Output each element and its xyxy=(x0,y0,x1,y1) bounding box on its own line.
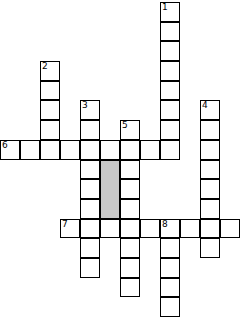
cell-r5-c4[interactable]: 3 xyxy=(80,100,100,120)
cell-r5-c8[interactable] xyxy=(160,100,180,120)
cell-r11-c4[interactable] xyxy=(80,219,100,239)
cell-r6-c8[interactable] xyxy=(160,120,180,140)
cell-r6-c10[interactable] xyxy=(200,120,220,140)
cell-r7-c8[interactable] xyxy=(160,140,180,160)
cell-r8-c6[interactable] xyxy=(120,160,140,180)
cell-r7-c5[interactable] xyxy=(100,140,120,160)
clue-number-2: 2 xyxy=(42,62,48,71)
cell-r7-c3[interactable] xyxy=(60,140,80,160)
cell-r11-c9[interactable] xyxy=(180,219,200,239)
cell-r13-c6[interactable] xyxy=(120,258,140,278)
cell-r13-c8[interactable] xyxy=(160,258,180,278)
cell-r2-c8[interactable] xyxy=(160,41,180,61)
cell-r7-c2[interactable] xyxy=(40,140,60,160)
cell-r7-c6[interactable] xyxy=(120,140,140,160)
cell-r10-c6[interactable] xyxy=(120,199,140,219)
clue-number-4: 4 xyxy=(202,101,208,110)
cell-r5-c2[interactable] xyxy=(40,100,60,120)
cell-r9-c6[interactable] xyxy=(120,179,140,199)
cell-r10-c4[interactable] xyxy=(80,199,100,219)
cell-r7-c1[interactable] xyxy=(20,140,40,160)
cell-r0-c8[interactable]: 1 xyxy=(160,2,180,22)
cell-r14-c6[interactable] xyxy=(120,278,140,298)
cell-r5-c10[interactable]: 4 xyxy=(200,100,220,120)
cell-r11-c3[interactable]: 7 xyxy=(60,219,80,239)
cell-r9-c4[interactable] xyxy=(80,179,100,199)
cell-r12-c4[interactable] xyxy=(80,238,100,258)
cell-r11-c7[interactable] xyxy=(140,219,160,239)
cell-r7-c7[interactable] xyxy=(140,140,160,160)
cell-r12-c8[interactable] xyxy=(160,238,180,258)
clue-number-1: 1 xyxy=(162,3,168,12)
cell-r13-c4[interactable] xyxy=(80,258,100,278)
cell-r1-c8[interactable] xyxy=(160,22,180,42)
cell-r4-c2[interactable] xyxy=(40,81,60,101)
cell-r12-c6[interactable] xyxy=(120,238,140,258)
shaded-block xyxy=(100,160,120,219)
crossword-page: 12345678 xyxy=(0,0,241,321)
cell-r10-c10[interactable] xyxy=(200,199,220,219)
cell-r11-c10[interactable] xyxy=(200,219,220,239)
cell-r3-c8[interactable] xyxy=(160,61,180,81)
cell-r9-c10[interactable] xyxy=(200,179,220,199)
cell-r3-c2[interactable]: 2 xyxy=(40,61,60,81)
cell-r12-c10[interactable] xyxy=(200,238,220,258)
clue-number-8: 8 xyxy=(162,220,168,229)
cell-r14-c8[interactable] xyxy=(160,278,180,298)
cell-r6-c6[interactable]: 5 xyxy=(120,120,140,140)
cell-r6-c2[interactable] xyxy=(40,120,60,140)
clue-number-6: 6 xyxy=(2,141,8,150)
clue-number-5: 5 xyxy=(122,121,128,130)
cell-r4-c8[interactable] xyxy=(160,81,180,101)
cell-r7-c4[interactable] xyxy=(80,140,100,160)
cell-r15-c8[interactable] xyxy=(160,297,180,317)
cell-r8-c10[interactable] xyxy=(200,160,220,180)
cell-r7-c10[interactable] xyxy=(200,140,220,160)
clue-number-3: 3 xyxy=(82,101,88,110)
cell-r11-c5[interactable] xyxy=(100,219,120,239)
cell-r8-c4[interactable] xyxy=(80,160,100,180)
cell-r6-c4[interactable] xyxy=(80,120,100,140)
clue-number-7: 7 xyxy=(62,220,68,229)
cell-r11-c6[interactable] xyxy=(120,219,140,239)
cell-r11-c8[interactable]: 8 xyxy=(160,219,180,239)
cell-r7-c0[interactable]: 6 xyxy=(0,140,20,160)
crossword-board: 12345678 xyxy=(0,2,240,317)
cell-r11-c11[interactable] xyxy=(220,219,240,239)
